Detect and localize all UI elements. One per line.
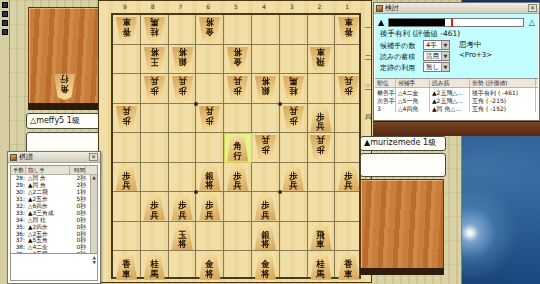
analysis-body: ▲ △ 後手有利 (評価値 -461) 候補手の数 4手 ▼ 読みの蓄積 活用 [375, 14, 538, 119]
file-label-9: 9 [111, 3, 139, 10]
board-square-6九[interactable]: 金将 [196, 251, 224, 281]
kifu-window-title: 棋譜 [19, 152, 89, 162]
strip-icon[interactable] [2, 29, 8, 35]
shogi-piece-香車: 香車 [337, 17, 360, 43]
analysis-window: 検討 ✕ ▲ △ 後手有利 (評価値 -461) 候補手の数 4手 ▼ [373, 2, 540, 121]
board-square-2九[interactable]: 桂馬 [307, 251, 335, 281]
board-square-3七[interactable] [280, 192, 308, 222]
analysis-window-title: 検討 [385, 3, 528, 13]
shogi-piece-香車: 香車 [115, 17, 138, 43]
board-square-4八[interactable]: 銀将 [252, 222, 280, 252]
file-label-5: 5 [222, 3, 250, 10]
board-square-1三[interactable]: 歩兵 [335, 74, 363, 104]
board-square-3二[interactable] [280, 45, 308, 75]
shogi-piece-角行: 角行 [226, 135, 249, 161]
candidate-move-row[interactable]: 3△4四角▲同 角△…互角 ( -152) [375, 104, 538, 112]
board-square-1九[interactable]: 香車 [335, 251, 363, 281]
shogi-piece-歩兵: 歩兵 [282, 106, 305, 132]
shogi-piece-歩兵: 歩兵 [337, 76, 360, 102]
shogi-piece-金将: 金将 [254, 253, 277, 279]
board-square-7七[interactable]: 歩兵 [169, 192, 197, 222]
board-square-7一[interactable] [169, 15, 197, 45]
board-square-8五[interactable] [141, 133, 169, 163]
kifu-move-row[interactable]: 32:△6四歩0秒 [11, 203, 97, 210]
shogi-piece-歩兵: 歩兵 [171, 194, 194, 220]
rank-label-一: 一 [363, 24, 373, 33]
close-icon[interactable]: ✕ [528, 4, 537, 12]
file-label-2: 2 [305, 3, 333, 10]
eval-bar-fill [389, 19, 445, 26]
screen: 角行 △meffy5 1級 987654321 一二三四五六七八九 香車桂馬金将… [0, 0, 540, 284]
board-square-2四[interactable]: 歩兵 [307, 104, 335, 134]
candidate-count-label: 候補手の数 [380, 42, 415, 50]
board-square-6四[interactable]: 歩兵 [196, 104, 224, 134]
board-square-6八[interactable] [196, 222, 224, 252]
board-square-8九[interactable]: 桂馬 [141, 251, 169, 281]
board-square-5九[interactable] [224, 251, 252, 281]
candidate-table-header: 順位 候補手 読み筋 形勢 (評価値) [375, 79, 538, 88]
kifu-list-header: 手数 指し手 時間 [11, 166, 97, 175]
board-square-7八[interactable]: 玉将 [169, 222, 197, 252]
board-square-7二[interactable]: 銀将 [169, 45, 197, 75]
kifu-move-row[interactable]: 38:△4二金0秒 [11, 244, 97, 251]
search-accumulation-row: 読みの蓄積 活用 ▼ [380, 52, 415, 62]
shogi-piece-歩兵: 歩兵 [198, 194, 221, 220]
board-square-4五[interactable]: 歩兵 [252, 133, 280, 163]
shogi-piece-香車: 香車 [337, 253, 360, 279]
board-square-2六[interactable] [307, 163, 335, 193]
board-square-7四[interactable] [169, 104, 197, 134]
board-square-4一[interactable] [252, 15, 280, 45]
close-icon[interactable]: ✕ [89, 153, 98, 161]
eval-bar-row: ▲ △ [378, 17, 535, 27]
sente-time-box [360, 153, 446, 177]
strip-icon[interactable] [2, 20, 8, 26]
board-square-8四[interactable] [141, 104, 169, 134]
board-square-9七[interactable] [113, 192, 141, 222]
board-grid: 香車桂馬金将香車王将銀将金将飛車歩兵歩兵歩兵銀将桂馬歩兵歩兵歩兵歩兵歩兵角行歩兵… [111, 13, 361, 279]
shogi-piece-桂馬: 桂馬 [143, 253, 166, 279]
board-square-1二[interactable] [335, 45, 363, 75]
board-square-7六[interactable] [169, 163, 197, 193]
board-square-5五[interactable]: 角行 [224, 133, 252, 163]
shogi-piece-香車: 香車 [115, 253, 138, 279]
shogi-piece-銀将: 銀将 [254, 224, 277, 250]
joseki-use-row: 定跡の利用 無し ▼ [380, 63, 415, 73]
shogi-piece-角行[interactable]: 角行 [53, 74, 76, 100]
shogi-board: 987654321 一二三四五六七八九 香車桂馬金将香車王将銀将金将飛車歩兵歩兵… [98, 0, 372, 283]
chevron-down-icon[interactable]: ▼ [441, 41, 449, 49]
shogi-piece-icon [10, 154, 17, 161]
kifu-move-row[interactable]: 34:△同 桂0秒 [11, 217, 97, 224]
engine-status: 思考中 [459, 40, 482, 50]
board-square-9五[interactable] [113, 133, 141, 163]
engine-level: <Pro+3> [459, 51, 492, 59]
chevron-down-icon[interactable]: ▼ [441, 52, 449, 60]
eval-bar [388, 18, 524, 27]
gote-mark: △ [529, 18, 535, 27]
rank-label-四: 四 [363, 113, 373, 122]
rank-label-二: 二 [363, 54, 373, 63]
board-square-6七[interactable]: 歩兵 [196, 192, 224, 222]
kifu-move-row[interactable]: 29:▲同 角2秒 [11, 182, 97, 189]
board-square-1一[interactable]: 香車 [335, 15, 363, 45]
board-square-8三[interactable]: 歩兵 [141, 74, 169, 104]
board-square-3三[interactable]: 桂馬 [280, 74, 308, 104]
board-square-3一[interactable] [280, 15, 308, 45]
board-square-1四[interactable] [335, 104, 363, 134]
gote-komadai-tray: 角行 [28, 7, 100, 110]
candidate-count-dropdown[interactable]: 4手 ▼ [423, 40, 450, 50]
shogi-piece-金将: 金将 [226, 47, 249, 73]
board-square-2三[interactable] [307, 74, 335, 104]
shogi-piece-歩兵: 歩兵 [337, 165, 360, 191]
file-label-6: 6 [194, 3, 222, 10]
kifu-move-row[interactable]: 37:▲5五角0秒 [11, 237, 97, 244]
chevron-down-icon[interactable]: ▼ [441, 63, 449, 71]
shogi-piece-王将: 王将 [143, 47, 166, 73]
board-square-8六[interactable] [141, 163, 169, 193]
evaluation-text: 後手有利 (評価値 -461) [380, 29, 460, 39]
file-label-7: 7 [167, 3, 195, 10]
board-square-5六[interactable]: 歩兵 [224, 163, 252, 193]
candidate-moves-table: 順位 候補手 読み筋 形勢 (評価値) 最善手△4二金▲2五飛△…後手有利 ( … [375, 78, 538, 119]
shogi-piece-歩兵: 歩兵 [309, 135, 332, 161]
tray-base [360, 268, 444, 275]
board-square-2一[interactable] [307, 15, 335, 45]
kifu-move-row[interactable]: 30:△2二飛1秒 [11, 189, 97, 196]
file-label-1: 1 [333, 3, 361, 10]
shogi-piece-歩兵: 歩兵 [143, 76, 166, 102]
joseki-use-label: 定跡の利用 [380, 64, 415, 72]
board-square-3八[interactable] [280, 222, 308, 252]
board-square-2八[interactable]: 飛車 [307, 222, 335, 252]
board-square-5四[interactable] [224, 104, 252, 134]
shogi-piece-飛車: 飛車 [309, 224, 332, 250]
shogi-piece-歩兵: 歩兵 [226, 76, 249, 102]
board-square-4九[interactable]: 金将 [252, 251, 280, 281]
file-label-4: 4 [250, 3, 278, 10]
sente-mark: ▲ [378, 18, 384, 27]
board-square-1六[interactable]: 歩兵 [335, 163, 363, 193]
candidate-move-row[interactable]: 次善手△5一角▲2五飛△…互角 ( -215) [375, 96, 538, 104]
shogi-piece-歩兵: 歩兵 [309, 106, 332, 132]
shogi-piece-銀将: 銀将 [171, 47, 194, 73]
file-label-3: 3 [278, 3, 306, 10]
kifu-comment-box[interactable]: ▲▼ [10, 253, 98, 281]
board-square-4七[interactable]: 歩兵 [252, 192, 280, 222]
analysis-titlebar[interactable]: 検討 ✕ [374, 3, 539, 14]
kifu-window: 棋譜 ✕ 手数 指し手 時間 28:△同 歩2秒29:▲同 角2秒30:△2二飛… [7, 151, 101, 284]
shogi-piece-銀将: 銀将 [254, 76, 277, 102]
board-square-6一[interactable]: 金将 [196, 15, 224, 45]
shogi-piece-桂馬: 桂馬 [309, 253, 332, 279]
shogi-piece-歩兵: 歩兵 [226, 165, 249, 191]
shogi-piece-銀将: 銀将 [198, 165, 221, 191]
board-square-3九[interactable] [280, 251, 308, 281]
board-square-1八[interactable] [335, 222, 363, 252]
board-square-9六[interactable]: 歩兵 [113, 163, 141, 193]
shogi-piece-桂馬: 桂馬 [282, 76, 305, 102]
shogi-piece-金将: 金将 [198, 253, 221, 279]
board-square-4二[interactable] [252, 45, 280, 75]
board-square-1五[interactable] [335, 133, 363, 163]
board-square-4六[interactable] [252, 163, 280, 193]
shogi-piece-歩兵: 歩兵 [171, 76, 194, 102]
spinner-arrows[interactable]: ▲▼ [93, 255, 96, 265]
board-square-3五[interactable] [280, 133, 308, 163]
file-label-8: 8 [139, 3, 167, 10]
search-accumulation-label: 読みの蓄積 [380, 53, 415, 61]
board-square-3四[interactable]: 歩兵 [280, 104, 308, 134]
rank-label-三: 三 [363, 83, 373, 92]
board-square-7三[interactable]: 歩兵 [169, 74, 197, 104]
board-square-2二[interactable]: 飛車 [307, 45, 335, 75]
board-square-5二[interactable]: 金将 [224, 45, 252, 75]
shogi-piece-icon [376, 5, 383, 12]
board-square-7五[interactable] [169, 133, 197, 163]
shogi-piece-歩兵: 歩兵 [254, 135, 277, 161]
board-square-8二[interactable]: 王将 [141, 45, 169, 75]
kifu-move-row[interactable]: 36:△2五歩0秒 [11, 231, 97, 238]
board-square-9九[interactable]: 香車 [113, 251, 141, 281]
tray-base [28, 103, 100, 110]
search-accumulation-dropdown[interactable]: 活用 ▼ [423, 51, 450, 61]
candidate-move-row[interactable]: 最善手△4二金▲2五飛△…後手有利 ( -461) [375, 88, 538, 96]
shogi-piece-歩兵: 歩兵 [254, 194, 277, 220]
shogi-piece-歩兵: 歩兵 [115, 106, 138, 132]
board-square-2七[interactable] [307, 192, 335, 222]
shogi-piece-歩兵: 歩兵 [115, 165, 138, 191]
eval-bar-marker [451, 18, 453, 27]
shogi-piece-金将: 金将 [198, 17, 221, 43]
joseki-use-dropdown[interactable]: 無し ▼ [423, 62, 450, 72]
board-square-6六[interactable]: 銀将 [196, 163, 224, 193]
board-square-9八[interactable] [113, 222, 141, 252]
board-square-8八[interactable] [141, 222, 169, 252]
board-square-4三[interactable]: 銀将 [252, 74, 280, 104]
board-square-9三[interactable] [113, 74, 141, 104]
board-square-8一[interactable]: 桂馬 [141, 15, 169, 45]
board-square-9二[interactable] [113, 45, 141, 75]
board-square-5一[interactable] [224, 15, 252, 45]
board-square-3六[interactable]: 歩兵 [280, 163, 308, 193]
shogi-piece-飛車: 飛車 [309, 47, 332, 73]
board-square-6二[interactable] [196, 45, 224, 75]
board-square-4四[interactable] [252, 104, 280, 134]
board-square-9一[interactable]: 香車 [113, 15, 141, 45]
shogi-piece-歩兵: 歩兵 [282, 165, 305, 191]
shogi-piece-玉将: 玉将 [171, 224, 194, 250]
shogi-piece-桂馬: 桂馬 [143, 17, 166, 43]
sente-player-name: ▲murizemede 1級 [360, 136, 446, 151]
shogi-piece-歩兵: 歩兵 [143, 194, 166, 220]
board-square-8七[interactable]: 歩兵 [141, 192, 169, 222]
kifu-move-row[interactable]: 33:▲3三角成0秒 [11, 210, 97, 217]
strip-icon[interactable] [2, 11, 8, 17]
board-square-6五[interactable] [196, 133, 224, 163]
board-square-5三[interactable]: 歩兵 [224, 74, 252, 104]
candidate-count-row: 候補手の数 4手 ▼ [380, 41, 415, 51]
board-square-5八[interactable] [224, 222, 252, 252]
sente-komadai-tray [360, 179, 444, 275]
kifu-move-row[interactable]: 28:△同 歩2秒 [11, 175, 97, 182]
board-square-9四[interactable]: 歩兵 [113, 104, 141, 134]
board-square-5七[interactable] [224, 192, 252, 222]
kifu-move-row[interactable]: 35:▲2四歩0秒 [11, 224, 97, 231]
strip-icon[interactable] [2, 2, 8, 8]
board-square-7九[interactable] [169, 251, 197, 281]
shogi-piece-歩兵: 歩兵 [198, 106, 221, 132]
board-square-6三[interactable] [196, 74, 224, 104]
board-square-2五[interactable]: 歩兵 [307, 133, 335, 163]
kifu-titlebar[interactable]: 棋譜 ✕ [8, 152, 100, 163]
board-square-1七[interactable] [335, 192, 363, 222]
background-window-edge [373, 121, 540, 136]
kifu-move-row[interactable]: 31:▲2五歩5秒 [11, 196, 97, 203]
